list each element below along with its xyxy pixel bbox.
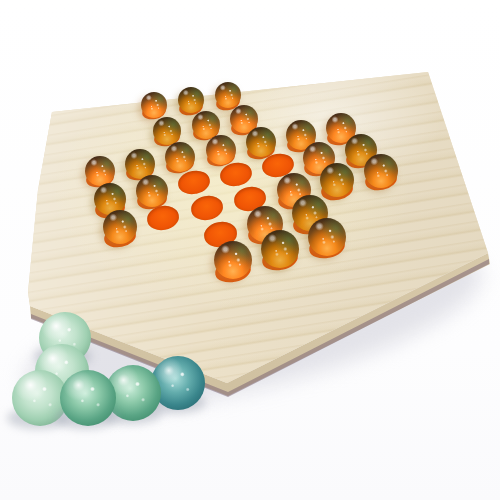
captured-marbles-tray	[0, 0, 500, 500]
marble-sparkles	[60, 370, 116, 426]
scene	[0, 0, 500, 500]
captured-marble-6[interactable]	[60, 370, 116, 426]
